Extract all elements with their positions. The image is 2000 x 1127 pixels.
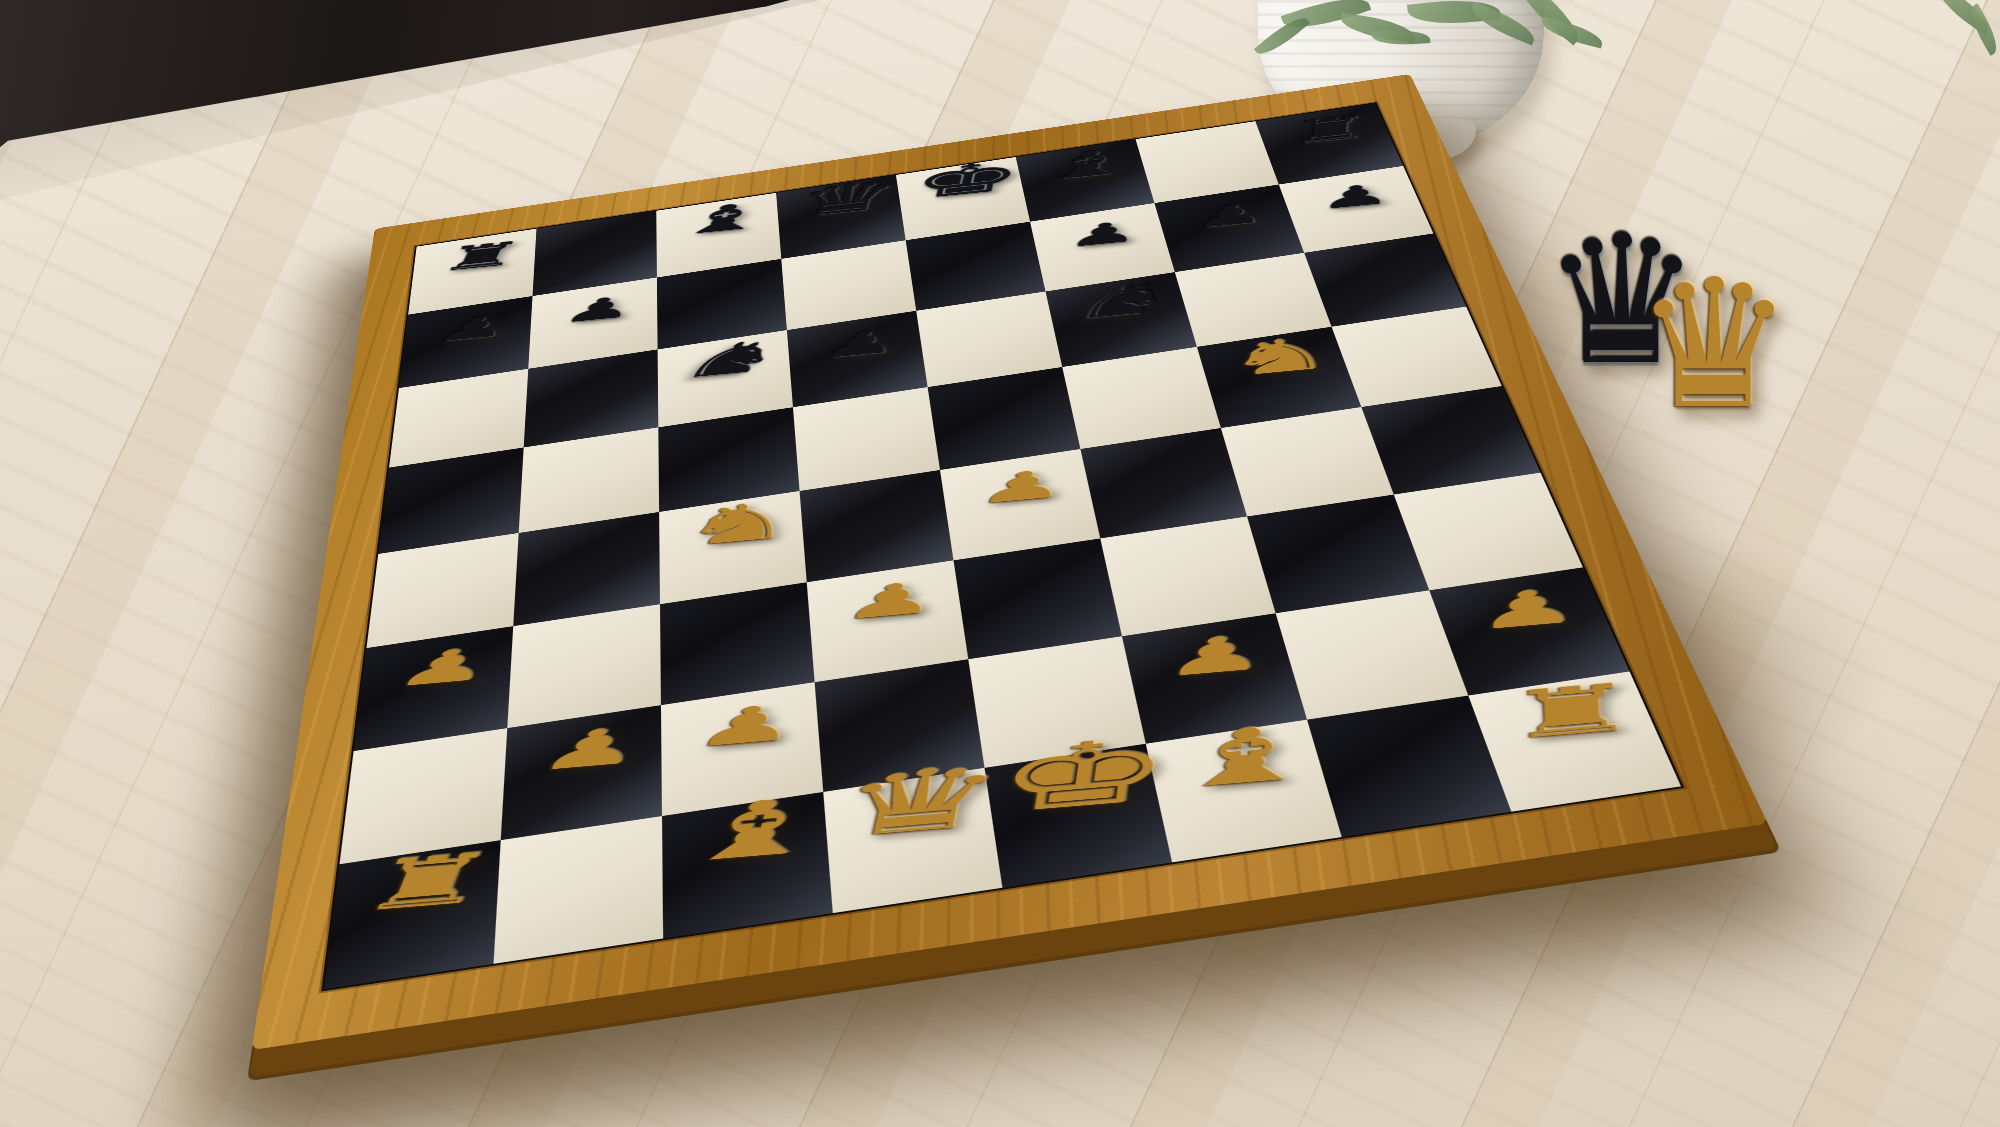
spare-white-queen: ♛ xyxy=(1634,256,1794,434)
piece-white-pawn-d3: ♟ xyxy=(839,574,943,626)
piece-black-bishop-f8: ♝ xyxy=(1038,142,1136,186)
piece-white-pawn-b2: ♟ xyxy=(532,719,650,778)
piece-black-knight-c6: ♞ xyxy=(673,333,788,385)
piece-white-knight-g5: ♞ xyxy=(1223,329,1335,385)
piece-white-pawn-e4: ♟ xyxy=(974,463,1070,510)
piece-black-queen-d8: ♛ xyxy=(788,174,903,224)
piece-black-pawn-d6: ♟ xyxy=(818,324,904,363)
piece-white-pawn-c2: ♟ xyxy=(690,696,805,755)
piece-black-king-e8: ♚ xyxy=(908,154,1027,206)
piece-black-bishop-c8: ♝ xyxy=(672,196,776,241)
piece-black-pawn-f7: ♟ xyxy=(1065,216,1142,251)
piece-black-pawn-h7: ♟ xyxy=(1319,179,1392,214)
piece-white-rook-h1: ♜ xyxy=(1504,673,1642,749)
piece-white-bishop-f1: ♝ xyxy=(1166,713,1322,801)
piece-white-pawn-h2: ♟ xyxy=(1475,581,1580,638)
piece-white-knight-c4: ♞ xyxy=(674,492,805,555)
piece-black-rook-h8: ♜ xyxy=(1287,111,1370,149)
piece-black-knight-f6: ♞ xyxy=(1069,275,1177,326)
piece-black-pawn-b7: ♟ xyxy=(558,291,641,327)
scene: ♜♝♛♚♝♜♟♟♟♟♟♞♟♞♞♞♟♟♟♟♟♟♟♜♝♛♚♝♜ ♛ ♛ xyxy=(0,0,2000,1127)
piece-white-pawn-f2: ♟ xyxy=(1162,627,1268,685)
piece-white-king-e1: ♚ xyxy=(988,723,1177,827)
piece-white-bishop-c1: ♝ xyxy=(670,785,839,875)
square-b1 xyxy=(494,816,664,964)
piece-black-pawn-g7: ♟ xyxy=(1192,198,1267,233)
piece-white-queen-d1: ♛ xyxy=(827,752,1011,851)
chess-board: ♜♝♛♚♝♜♟♟♟♟♟♞♟♞♞♞♟♟♟♟♟♟♟♜♝♛♚♝♜ xyxy=(324,103,1681,989)
